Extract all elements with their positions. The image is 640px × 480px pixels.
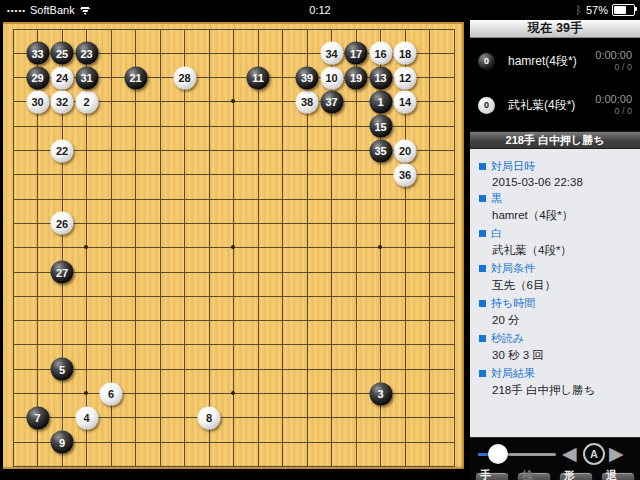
grid-line [13,272,455,273]
game-result-bar: 218手 白中押し勝ち [470,131,640,149]
info-value: 武礼葉（4段*） [479,243,631,258]
star-point [84,391,88,395]
info-value: 30 秒 3 回 [479,348,631,363]
grid-line [13,466,455,467]
white-stone-34[interactable]: 34 [320,42,343,65]
app-screen: ••••• SoftBank 0:12 ᛒ 57% 12345678910111… [0,0,640,480]
white-stone-30[interactable]: 30 [26,90,49,113]
moves-button[interactable]: 手順 [475,472,509,480]
black-stone-37[interactable]: 37 [320,90,343,113]
grid-line [282,29,283,466]
info-label: 対局結果 [479,366,631,381]
grid-line [13,296,455,297]
black-stone-3[interactable]: 3 [369,382,392,405]
white-stone-6[interactable]: 6 [100,382,123,405]
black-stone-11[interactable]: 11 [247,66,270,89]
grid-line [356,29,357,466]
grid-line [13,369,455,370]
white-stone-22[interactable]: 22 [51,139,74,162]
next-move-button[interactable]: ▶ [609,441,624,467]
info-value: 互先（6目） [479,278,631,293]
info-value: 2015-03-06 22:38 [479,176,631,188]
info-value: hamret（4段*） [479,208,631,223]
white-stone-icon: 0 [478,97,495,114]
status-bar: ••••• SoftBank 0:12 ᛒ 57% [0,0,640,20]
black-player-name: hamret(4段*) [508,53,595,70]
black-stone-35[interactable]: 35 [369,139,392,162]
info-label: 秒読み [479,331,631,346]
bullet-icon [479,195,486,202]
prev-move-button[interactable]: ◀ [562,441,577,467]
white-stone-14[interactable]: 14 [394,90,417,113]
bullet-icon [479,370,486,377]
info-label: 対局日時 [479,159,631,174]
black-stone-21[interactable]: 21 [124,66,147,89]
white-stone-26[interactable]: 26 [51,212,74,235]
star-point [84,245,88,249]
grid-line [429,29,430,466]
grid-line [13,320,455,321]
black-stone-5[interactable]: 5 [51,358,74,381]
move-slider-thumb[interactable] [488,444,508,464]
black-stone-9[interactable]: 9 [51,431,74,454]
black-player-time: 0:00:00 [595,49,632,63]
star-point [231,245,235,249]
white-stone-12[interactable]: 12 [394,66,417,89]
black-stone-23[interactable]: 23 [75,42,98,65]
game-info-section: 対局日時 2015-03-06 22:38 黒 hamret（4段*） 白 武礼… [470,149,640,437]
bullet-icon [479,163,486,170]
grid-line [454,29,455,466]
player-row-black: 0 hamret(4段*) 0:00:00 0 / 0 [470,42,640,80]
bullet-icon [479,300,486,307]
leave-room-button[interactable]: 退室 [601,472,635,480]
estimate-button[interactable]: 形勢 [559,472,593,480]
white-stone-36[interactable]: 36 [394,163,417,186]
info-label: 白 [479,226,631,241]
playback-controls: ◀ A ▶ 手順 検討 形勢 退室 [470,437,640,480]
player-row-white: 0 武礼葉(4段*) 0:00:00 0 / 0 [470,86,640,124]
bullet-icon [479,230,486,237]
review-button[interactable]: 検討 [517,472,551,480]
battery-icon [612,4,635,16]
auto-play-button[interactable]: A [583,443,605,465]
white-stone-2[interactable]: 2 [75,90,98,113]
black-stone-13[interactable]: 13 [369,66,392,89]
black-stone-25[interactable]: 25 [51,42,74,65]
move-counter-header: 現在 39手 [470,20,640,38]
white-stone-24[interactable]: 24 [51,66,74,89]
black-stone-15[interactable]: 15 [369,115,392,138]
black-stone-17[interactable]: 17 [345,42,368,65]
black-stone-39[interactable]: 39 [296,66,319,89]
info-value: 20 分 [479,313,631,328]
players-section: 0 hamret(4段*) 0:00:00 0 / 0 0 武礼葉(4段*) 0… [470,38,640,131]
black-stone-29[interactable]: 29 [26,66,49,89]
black-stone-7[interactable]: 7 [26,406,49,429]
black-player-periods: 0 / 0 [595,62,632,73]
black-stone-27[interactable]: 27 [51,261,74,284]
info-label: 持ち時間 [479,296,631,311]
white-stone-20[interactable]: 20 [394,139,417,162]
white-player-time: 0:00:00 [595,93,632,107]
black-stone-19[interactable]: 19 [345,66,368,89]
white-player-name: 武礼葉(4段*) [508,97,595,114]
white-player-periods: 0 / 0 [595,106,632,117]
go-board[interactable]: 1234567891011121314151617181920212223242… [3,22,464,469]
battery-percent-label: 57% [586,4,608,16]
white-stone-10[interactable]: 10 [320,66,343,89]
bullet-icon [479,265,486,272]
white-stone-16[interactable]: 16 [369,42,392,65]
white-stone-28[interactable]: 28 [173,66,196,89]
black-stone-icon: 0 [478,53,495,70]
bullet-icon [479,335,486,342]
white-stone-4[interactable]: 4 [75,406,98,429]
bluetooth-icon: ᛒ [575,4,582,17]
grid-line [13,344,455,345]
black-stone-31[interactable]: 31 [75,66,98,89]
info-label: 黒 [479,191,631,206]
white-stone-32[interactable]: 32 [51,90,74,113]
white-stone-18[interactable]: 18 [394,42,417,65]
grid-line [13,442,455,443]
white-stone-8[interactable]: 8 [198,406,221,429]
side-panel: 現在 39手 0 hamret(4段*) 0:00:00 0 / 0 0 武礼葉… [470,20,640,480]
star-point [378,245,382,249]
star-point [231,99,235,103]
grid-line [258,29,259,466]
star-point [231,391,235,395]
white-stone-38[interactable]: 38 [296,90,319,113]
info-label: 対局条件 [479,261,631,276]
board-area: 1234567891011121314151617181920212223242… [0,20,468,480]
action-buttons-row: 手順 検討 形勢 退室 [475,472,635,480]
info-value: 218手 白中押し勝ち [479,383,631,398]
black-stone-33[interactable]: 33 [26,42,49,65]
black-stone-1[interactable]: 1 [369,90,392,113]
clock-label: 0:12 [0,0,640,20]
